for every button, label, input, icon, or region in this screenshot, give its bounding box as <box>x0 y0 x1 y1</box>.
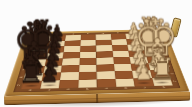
square-h3[interactable] <box>115 78 135 87</box>
square-h6[interactable] <box>59 80 78 89</box>
chess-board: 87654321 87654321 abcdefgh abcdefgh ♜♟♟♜… <box>4 29 190 96</box>
piece-black-rook[interactable]: ♜ <box>17 58 44 88</box>
piece-white-rook[interactable]: ♜ <box>149 55 176 85</box>
square-h5[interactable] <box>78 79 97 88</box>
square-h1[interactable]: ♜ <box>152 77 173 86</box>
board-tilt-wrapper: 87654321 87654321 abcdefgh abcdefgh ♜♟♟♜… <box>0 0 192 107</box>
square-h4[interactable] <box>97 79 116 88</box>
chess-set-photo: 87654321 87654321 abcdefgh abcdefgh ♜♟♟♜… <box>0 0 192 107</box>
square-h8[interactable]: ♜ <box>21 81 42 90</box>
